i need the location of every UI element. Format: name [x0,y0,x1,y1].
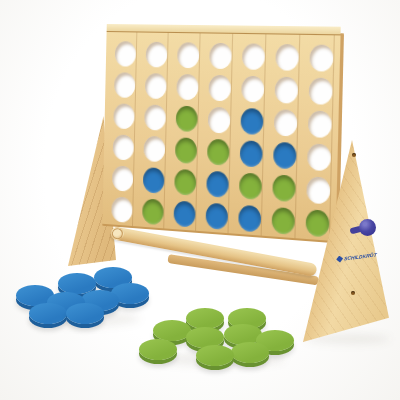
board-cell-r1c4 [204,40,237,73]
knob-ball [359,219,376,236]
board-hole-empty [114,72,135,98]
board-hole-empty [115,41,136,67]
board-cell-r5c7 [301,173,336,208]
board-cell-r2c5 [236,72,270,105]
disc-blue [273,142,297,170]
disc-green [175,137,197,164]
loose-disc-blue [66,303,104,324]
board-cell-r4c5 [234,137,268,171]
screw-hole [352,153,356,157]
board-cell-r6c6 [266,203,301,238]
board-cell-r2c4 [203,72,236,105]
board-cell-r1c7 [304,41,339,75]
board-hole-empty [242,43,265,70]
board-hole-empty [112,165,133,191]
board-cell-r2c3 [171,71,204,104]
loose-disc-green [186,308,224,329]
board-cell-r1c1 [110,38,141,70]
board-cell-r5c2 [138,164,170,197]
board-hole-empty [113,103,134,129]
board-cell-r2c2 [140,70,172,102]
board-cell-r3c2 [139,101,171,134]
board-hole-empty [275,77,299,104]
board-cell-r5c4 [201,167,234,201]
brand-logo-text: SCHILDKRÖT [344,251,377,261]
board-hole-empty [307,143,331,171]
product-photo: SCHILDKRÖT [0,0,400,400]
board-cell-r4c2 [138,133,170,166]
board-hole-empty [275,44,299,71]
board-hole-empty [144,104,166,130]
board-cell-r6c4 [200,199,233,233]
board-cell-r2c6 [269,73,304,107]
board-cell-r6c3 [168,197,201,231]
loose-disc-green [231,342,269,363]
board-cell-r6c2 [137,195,169,229]
loose-disc-blue [29,303,67,324]
disc-green [272,174,296,202]
board-hole-empty [177,42,199,68]
board-cell-r4c6 [268,138,303,172]
screw-hole [351,291,355,295]
disc-blue [240,108,263,135]
disc-blue [206,203,229,230]
disc-blue [240,140,263,167]
board-cell-r4c4 [202,135,235,169]
board-cell-r3c6 [268,106,303,140]
board-cell-r6c1 [106,193,137,226]
board-cell-r3c4 [202,103,235,136]
board-hole-empty [306,176,330,204]
board-cell-r1c3 [172,39,205,71]
board-cell-r1c6 [270,41,305,74]
board-hole-empty [208,75,231,102]
board-hole-empty [208,107,231,134]
board-hole-empty [113,134,134,160]
board-hole-empty [209,43,232,69]
board-cell-r3c7 [302,107,337,141]
board-cell-r3c1 [108,100,139,132]
disc-blue [238,205,261,233]
disc-blue [173,201,195,228]
disc-green [239,173,262,200]
loose-disc-green [139,339,177,360]
board-cell-r1c2 [141,39,173,71]
board-cell-r4c1 [108,131,139,164]
release-knob [350,219,376,237]
board-hole-empty [274,109,298,136]
board-hole-empty [143,136,165,162]
board-hole-empty [309,78,333,105]
disc-blue [206,171,229,198]
board-cell-r5c1 [107,162,138,195]
board-hole-empty [176,74,198,100]
board-hole-empty [145,73,167,99]
disc-green [142,198,164,225]
disc-green [174,169,196,196]
board-cell-r6c5 [233,201,267,236]
board-cell-r5c3 [169,166,202,200]
board-cell-r3c5 [235,105,269,139]
board-cell-r4c7 [301,140,336,175]
board-cell-r4c3 [170,134,203,167]
loose-disc-green [196,345,234,366]
board-panel [102,30,344,244]
disc-green [176,106,198,132]
disc-green [272,207,296,235]
board-hole-empty [308,110,332,138]
disc-green [306,209,330,237]
board-cell-r2c7 [303,74,338,108]
board-hole-empty [309,45,333,72]
brand-emblem-icon [336,255,344,263]
disc-blue [143,167,165,194]
board-cell-r5c5 [234,169,268,203]
board-hole-empty [111,196,132,223]
board-hole-empty [146,42,168,68]
disc-green [207,139,230,166]
board-cell-r3c3 [170,102,203,135]
game-board [102,30,344,244]
board-hole-empty [241,76,264,103]
board-cell-r5c6 [267,171,302,206]
board-cell-r2c1 [109,69,140,101]
board-cell-r1c5 [237,40,271,73]
